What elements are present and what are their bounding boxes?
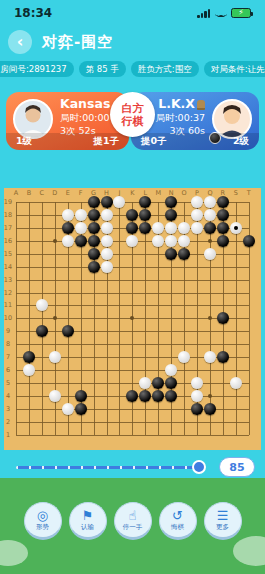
column-label: M: [155, 189, 161, 197]
white-stone-O7: [178, 351, 190, 363]
move-slider-track[interactable]: [16, 466, 198, 469]
black-stone-O15: [178, 248, 190, 260]
player-captures: 提0子: [141, 135, 167, 148]
action-toolbar: ◎形势⚑认输☝停一手↺悔棋☰更多: [0, 502, 265, 540]
black-stone-L19: [139, 196, 151, 208]
battery-charging-icon: ⚡: [231, 8, 251, 18]
bottom-panel: ◎形势⚑认输☝停一手↺悔棋☰更多: [0, 478, 265, 574]
header: ‹ 对弈-围空: [0, 28, 265, 56]
white-stone-Q15: [204, 248, 216, 260]
status-bar: 18:34 ⚡: [0, 0, 265, 26]
white-stone-E3: [62, 403, 74, 415]
black-stone-K18: [126, 209, 138, 221]
room-number: 房间号:2891237: [0, 61, 74, 77]
cloud-decoration: [0, 540, 28, 566]
white-stone-N16: [165, 235, 177, 247]
black-stone-C9: [36, 325, 48, 337]
black-stone-P3: [191, 403, 203, 415]
row-label: 8: [6, 340, 10, 348]
clock-time: 18:34: [14, 6, 52, 20]
black-stone-R16: [217, 235, 229, 247]
star-point: [53, 316, 57, 320]
black-stone-N19: [165, 196, 177, 208]
toolbar-button-label: 悔棋: [171, 523, 184, 531]
black-stone-N15: [165, 248, 177, 260]
black-stone-M4: [152, 390, 164, 402]
white-stone-H18: [101, 209, 113, 221]
judge-icon: ◎: [37, 509, 48, 523]
black-stone-G18: [88, 209, 100, 221]
white-stone-S5: [230, 377, 242, 389]
turn-text-1: 白方: [122, 102, 144, 115]
column-label: K: [130, 189, 134, 197]
star-point: [130, 316, 134, 320]
white-stone-O17: [178, 222, 190, 234]
white-stone-Q19: [204, 196, 216, 208]
black-stone-F4: [75, 390, 87, 402]
row-label: 9: [6, 327, 10, 335]
signal-icon: [197, 9, 210, 18]
player-name: L.K.X: [155, 96, 205, 111]
go-board[interactable]: A19B18C17D16E15F14G13H12J11K10L9M8N7O6P5…: [4, 188, 261, 450]
row-label: 7: [6, 353, 10, 361]
row-label: 17: [4, 224, 12, 232]
row-label: 16: [4, 237, 12, 245]
white-stone-D7: [49, 351, 61, 363]
move-slider-handle[interactable]: [192, 460, 206, 474]
black-stone-G17: [88, 222, 100, 234]
toolbar-button-1[interactable]: ◎形势: [24, 502, 62, 540]
player-rank: 1级: [16, 135, 32, 148]
black-stone-Q17: [204, 222, 216, 234]
white-stone-O16: [178, 235, 190, 247]
column-label: T: [247, 189, 251, 197]
row-label: 10: [4, 314, 12, 322]
white-stone-Q18: [204, 209, 216, 221]
column-label: D: [52, 189, 57, 197]
white-stone-B6: [23, 364, 35, 376]
white-stone-P18: [191, 209, 203, 221]
black-stone-R7: [217, 351, 229, 363]
back-chevron-icon: ‹: [17, 34, 24, 50]
row-label: 18: [4, 211, 12, 219]
move-number: 第 85 手: [79, 61, 126, 77]
black-stone-R17: [217, 222, 229, 234]
black-stone-L4: [139, 390, 151, 402]
black-stone-L17: [139, 222, 151, 234]
white-stone-L5: [139, 377, 151, 389]
row-label: 4: [6, 392, 10, 400]
black-stone-B7: [23, 351, 35, 363]
star-point: [208, 394, 212, 398]
toolbar-button-5[interactable]: ☰更多: [204, 502, 242, 540]
white-stone-H17: [101, 222, 113, 234]
row-label: 13: [4, 276, 12, 284]
player-name: Kansas: [60, 96, 110, 111]
black-stone-K4: [126, 390, 138, 402]
white-stone-H16: [101, 235, 113, 247]
black-stone-N5: [165, 377, 177, 389]
column-label: B: [27, 189, 31, 197]
row-label: 6: [6, 366, 10, 374]
black-stone-M5: [152, 377, 164, 389]
white-stone-M16: [152, 235, 164, 247]
black-stone-R19: [217, 196, 229, 208]
black-stone-L18: [139, 209, 151, 221]
black-stone-Q3: [204, 403, 216, 415]
white-stone-K16: [126, 235, 138, 247]
white-stone-M17: [152, 222, 164, 234]
black-stone-E9: [62, 325, 74, 337]
column-label: F: [79, 189, 83, 197]
white-stone-P4: [191, 390, 203, 402]
player-captures: 提1子: [93, 135, 119, 148]
player-main-time: 局时:00:37: [155, 111, 205, 124]
flag-icon: ⚑: [82, 509, 94, 523]
black-stone-G15: [88, 248, 100, 260]
black-stone-H19: [101, 196, 113, 208]
white-stone-N6: [165, 364, 177, 376]
undo-icon: ↺: [172, 509, 183, 523]
black-stone-N18: [165, 209, 177, 221]
row-label: 3: [6, 405, 10, 413]
row-label: 14: [4, 263, 12, 271]
white-stone-N17: [165, 222, 177, 234]
game-info-bar: 房间号:2891237 第 85 手 胜负方式:围空 对局条件:让先: [0, 61, 265, 77]
last-move-marker: [234, 226, 238, 230]
toolbar-button-label: 形势: [36, 523, 49, 531]
star-point: [208, 316, 212, 320]
toolbar-button-2[interactable]: ⚑认输: [69, 502, 107, 540]
black-stone-G16: [88, 235, 100, 247]
black-stone-G19: [88, 196, 100, 208]
turn-text-2: 行棋: [122, 115, 144, 128]
toolbar-button-4[interactable]: ↺悔棋: [159, 502, 197, 540]
toolbar-button-label: 停一手: [123, 523, 143, 531]
white-stone-H14: [101, 261, 113, 273]
white-stone-J19: [113, 196, 125, 208]
black-stone-R18: [217, 209, 229, 221]
black-stone-K17: [126, 222, 138, 234]
column-label: A: [14, 189, 18, 197]
row-label: 11: [4, 301, 12, 309]
row-label: 5: [6, 379, 10, 387]
toolbar-button-label: 更多: [216, 523, 229, 531]
hand-icon: ☝: [129, 509, 137, 523]
row-label: 1: [6, 431, 10, 439]
turn-indicator-badge: 白方 行棋: [110, 92, 155, 137]
toolbar-button-3[interactable]: ☝停一手: [114, 502, 152, 540]
black-stone-G14: [88, 261, 100, 273]
game-condition: 对局条件:让先: [204, 61, 265, 77]
black-stone-F3: [75, 403, 87, 415]
column-label: E: [66, 189, 70, 197]
row-label: 2: [6, 418, 10, 426]
menu-icon: ☰: [217, 509, 229, 523]
white-stone-C11: [36, 299, 48, 311]
white-stone-S17: [230, 222, 242, 234]
page-title: 对弈-围空: [42, 33, 113, 52]
black-stone-E17: [62, 222, 74, 234]
white-stone-P19: [191, 196, 203, 208]
white-stone-E18: [62, 209, 74, 221]
black-stone-T16: [243, 235, 255, 247]
white-stone-E16: [62, 235, 74, 247]
black-stone-N4: [165, 390, 177, 402]
back-button[interactable]: ‹: [8, 30, 32, 54]
wifi-icon: [214, 8, 227, 18]
statue-icon: [197, 100, 205, 110]
row-label: 19: [4, 198, 12, 206]
white-stone-Q7: [204, 351, 216, 363]
star-point: [208, 239, 212, 243]
black-stone-F16: [75, 235, 87, 247]
white-stone-D4: [49, 390, 61, 402]
white-stone-F18: [75, 209, 87, 221]
column-label: O: [182, 189, 187, 197]
move-number-bubble: 85: [219, 457, 255, 477]
column-label: C: [40, 189, 45, 197]
row-label: 15: [4, 250, 12, 258]
go-game-screen: 18:34 ⚡ ‹ 对弈-围空 房间号:2891237 第 85 手 胜负方式:…: [0, 0, 265, 574]
white-stone-H15: [101, 248, 113, 260]
player-main-time: 局时:00:00: [60, 111, 110, 124]
cloud-decoration: [233, 536, 265, 566]
row-label: 12: [4, 289, 12, 297]
white-stone-F17: [75, 222, 87, 234]
star-point: [53, 239, 57, 243]
black-stone-R10: [217, 312, 229, 324]
white-stone-P17: [191, 222, 203, 234]
toolbar-button-label: 认输: [81, 523, 94, 531]
white-stone-P5: [191, 377, 203, 389]
win-condition: 胜负方式:围空: [131, 61, 199, 77]
column-label: S: [234, 189, 238, 197]
move-slider-row: 85: [0, 455, 265, 479]
player-rank: 2级: [233, 135, 249, 148]
